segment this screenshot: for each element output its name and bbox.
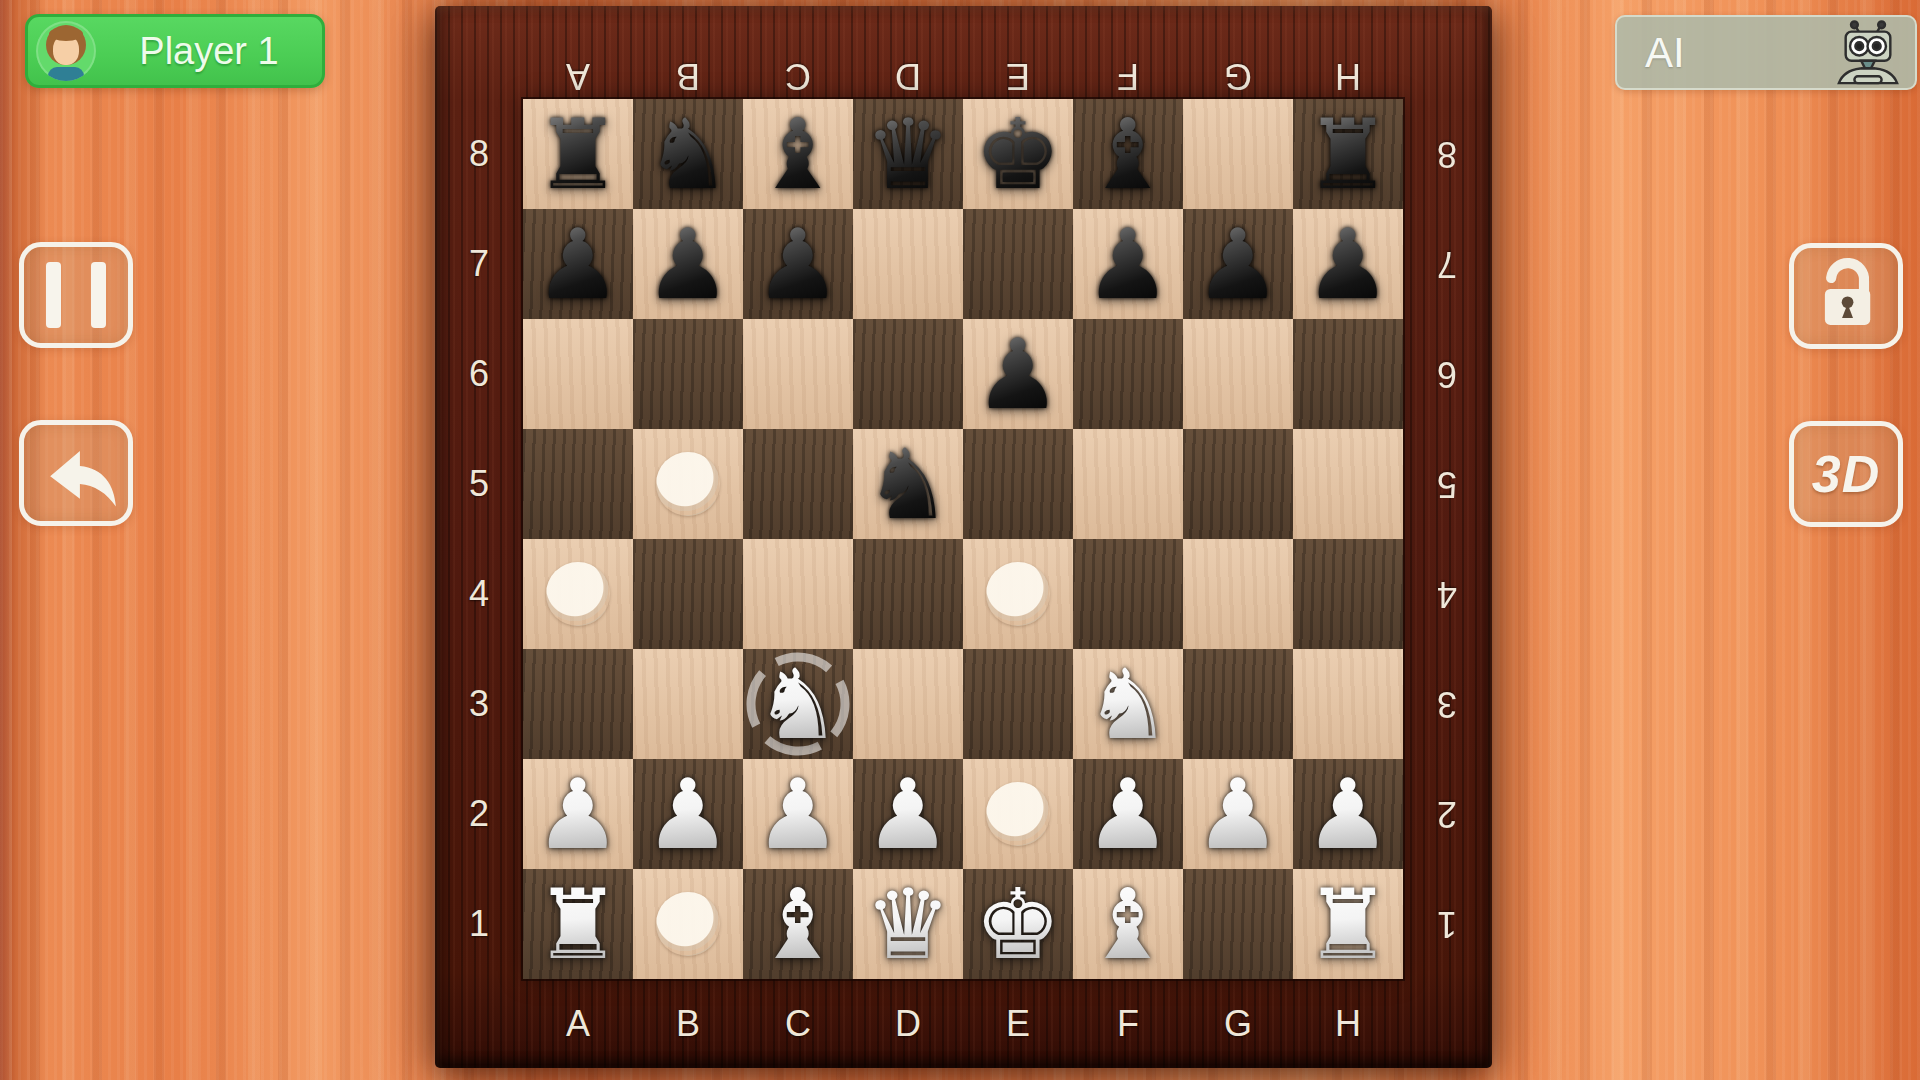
rank-labels-left: 87654321 (435, 99, 523, 979)
white-king-e1[interactable]: ♚ (975, 876, 1062, 973)
square-g4[interactable] (1183, 539, 1293, 649)
rank-label-5: 5 (1437, 463, 1457, 505)
square-a2[interactable]: ♟ (523, 759, 633, 869)
square-h7[interactable]: ♟ (1293, 209, 1403, 319)
white-bishop-c1[interactable]: ♝ (755, 876, 842, 973)
rank-label-5: 5 (469, 463, 489, 505)
unlock-icon (1803, 253, 1889, 339)
black-pawn-g7[interactable]: ♟ (1195, 216, 1282, 313)
square-g1[interactable] (1183, 869, 1293, 979)
rank-label-7: 7 (1437, 243, 1457, 285)
rank-label-6: 6 (1437, 353, 1457, 395)
square-h5[interactable] (1293, 429, 1403, 539)
file-label-h: H (1293, 1003, 1403, 1045)
legal-move-dot-e2[interactable] (986, 782, 1050, 846)
square-b7[interactable]: ♟ (633, 209, 743, 319)
player-avatar (36, 21, 96, 81)
rank-label-2: 2 (469, 793, 489, 835)
square-c3[interactable]: ♞ (743, 649, 853, 759)
black-pawn-f7[interactable]: ♟ (1085, 216, 1172, 313)
black-knight-d5[interactable]: ♞ (865, 436, 952, 533)
square-c5[interactable] (743, 429, 853, 539)
square-h8[interactable]: ♜ (1293, 99, 1403, 209)
avatar-shirt (48, 67, 84, 81)
square-c6[interactable] (743, 319, 853, 429)
square-d1[interactable]: ♛ (853, 869, 963, 979)
file-labels-top: ABCDEFGH (523, 6, 1403, 99)
white-pawn-h2[interactable]: ♟ (1305, 766, 1392, 863)
file-label-a: A (523, 55, 633, 97)
file-label-g: G (1183, 1003, 1293, 1045)
square-h6[interactable] (1293, 319, 1403, 429)
rank-label-7: 7 (469, 243, 489, 285)
black-king-e8[interactable]: ♚ (975, 106, 1062, 203)
rank-label-3: 3 (1437, 683, 1457, 725)
square-b4[interactable] (633, 539, 743, 649)
square-c4[interactable] (743, 539, 853, 649)
square-g7[interactable]: ♟ (1183, 209, 1293, 319)
rank-labels-right: 87654321 (1403, 99, 1492, 979)
square-b2[interactable]: ♟ (633, 759, 743, 869)
app-background: { "game": "chess", "position": "rnbqkb1r… (0, 0, 1920, 1080)
avatar-fringe (49, 27, 83, 41)
player-name: Player 1 (96, 30, 322, 73)
square-d3[interactable] (853, 649, 963, 759)
square-c1[interactable]: ♝ (743, 869, 853, 979)
square-c2[interactable]: ♟ (743, 759, 853, 869)
undo-button[interactable] (19, 420, 133, 526)
black-rook-h8[interactable]: ♜ (1305, 106, 1392, 203)
file-label-c: C (743, 55, 853, 97)
white-pawn-d2[interactable]: ♟ (865, 766, 952, 863)
undo-arrow-icon (33, 433, 119, 513)
rank-label-4: 4 (1437, 573, 1457, 615)
pause-button[interactable] (19, 242, 133, 348)
robot-icon (1833, 20, 1903, 86)
square-h4[interactable] (1293, 539, 1403, 649)
square-d5[interactable]: ♞ (853, 429, 963, 539)
square-f4[interactable] (1073, 539, 1183, 649)
file-label-e: E (963, 55, 1073, 97)
square-d6[interactable] (853, 319, 963, 429)
white-pawn-f2[interactable]: ♟ (1085, 766, 1172, 863)
lock-button[interactable] (1789, 243, 1903, 349)
white-pawn-c2[interactable]: ♟ (755, 766, 842, 863)
black-pawn-b7[interactable]: ♟ (645, 216, 732, 313)
square-g3[interactable] (1183, 649, 1293, 759)
square-e2[interactable] (963, 759, 1073, 869)
square-a4[interactable] (523, 539, 633, 649)
file-label-f: F (1073, 1003, 1183, 1045)
board-squares: ♜♞♝♛♚♝♜♟♟♟♟♟♟♟♞♞♞♟♟♟♟♟♟♟♜♝♛♚♝♜ (523, 99, 1403, 979)
square-a5[interactable] (523, 429, 633, 539)
square-a8[interactable]: ♜ (523, 99, 633, 209)
rank-label-1: 1 (469, 903, 489, 945)
rank-label-2: 2 (1437, 793, 1457, 835)
square-g8[interactable] (1183, 99, 1293, 209)
black-bishop-f8[interactable]: ♝ (1085, 106, 1172, 203)
white-queen-d1[interactable]: ♛ (865, 876, 952, 973)
square-a3[interactable] (523, 649, 633, 759)
square-e1[interactable]: ♚ (963, 869, 1073, 979)
file-label-h: H (1293, 55, 1403, 97)
square-a6[interactable] (523, 319, 633, 429)
legal-move-dot-a4[interactable] (546, 562, 610, 626)
square-b1[interactable] (633, 869, 743, 979)
square-f1[interactable]: ♝ (1073, 869, 1183, 979)
black-pawn-e6[interactable]: ♟ (975, 326, 1062, 423)
square-f8[interactable]: ♝ (1073, 99, 1183, 209)
legal-move-dot-b1[interactable] (656, 892, 720, 956)
rank-label-6: 6 (469, 353, 489, 395)
black-rook-a8[interactable]: ♜ (535, 106, 622, 203)
white-bishop-f1[interactable]: ♝ (1085, 876, 1172, 973)
white-pawn-g2[interactable]: ♟ (1195, 766, 1282, 863)
square-d7[interactable] (853, 209, 963, 319)
rank-label-1: 1 (1437, 903, 1457, 945)
black-pawn-a7[interactable]: ♟ (535, 216, 622, 313)
square-b6[interactable] (633, 319, 743, 429)
file-label-b: B (633, 55, 743, 97)
square-g6[interactable] (1183, 319, 1293, 429)
pause-icon (46, 262, 106, 328)
view-3d-button[interactable]: 3D (1789, 421, 1903, 527)
rank-label-8: 8 (469, 133, 489, 175)
file-label-e: E (963, 1003, 1073, 1045)
white-knight-f3[interactable]: ♞ (1085, 656, 1172, 753)
file-label-b: B (633, 1003, 743, 1045)
white-rook-h1[interactable]: ♜ (1305, 876, 1392, 973)
white-pawn-a2[interactable]: ♟ (535, 766, 622, 863)
square-f2[interactable]: ♟ (1073, 759, 1183, 869)
black-knight-b8[interactable]: ♞ (645, 106, 732, 203)
legal-move-dot-b5[interactable] (656, 452, 720, 516)
file-label-f: F (1073, 55, 1183, 97)
file-label-c: C (743, 1003, 853, 1045)
square-e4[interactable] (963, 539, 1073, 649)
black-pawn-h7[interactable]: ♟ (1305, 216, 1392, 313)
ai-chip: AI (1615, 15, 1917, 90)
file-label-d: D (853, 55, 963, 97)
square-e7[interactable] (963, 209, 1073, 319)
player-chip: Player 1 (25, 14, 325, 88)
square-c7[interactable]: ♟ (743, 209, 853, 319)
black-queen-d8[interactable]: ♛ (865, 106, 952, 203)
square-e3[interactable] (963, 649, 1073, 759)
white-rook-a1[interactable]: ♜ (535, 876, 622, 973)
square-e8[interactable]: ♚ (963, 99, 1073, 209)
file-label-a: A (523, 1003, 633, 1045)
square-d4[interactable] (853, 539, 963, 649)
rank-label-3: 3 (469, 683, 489, 725)
square-g2[interactable]: ♟ (1183, 759, 1293, 869)
square-g5[interactable] (1183, 429, 1293, 539)
file-labels-bottom: ABCDEFGH (523, 979, 1403, 1068)
white-pawn-b2[interactable]: ♟ (645, 766, 732, 863)
white-knight-c3[interactable]: ♞ (755, 656, 842, 753)
square-d2[interactable]: ♟ (853, 759, 963, 869)
view-3d-label: 3D (1812, 444, 1880, 504)
square-b8[interactable]: ♞ (633, 99, 743, 209)
square-f3[interactable]: ♞ (1073, 649, 1183, 759)
square-h1[interactable]: ♜ (1293, 869, 1403, 979)
file-label-d: D (853, 1003, 963, 1045)
black-bishop-c8[interactable]: ♝ (755, 106, 842, 203)
square-e6[interactable]: ♟ (963, 319, 1073, 429)
square-h3[interactable] (1293, 649, 1403, 759)
square-e5[interactable] (963, 429, 1073, 539)
square-f7[interactable]: ♟ (1073, 209, 1183, 319)
square-b5[interactable] (633, 429, 743, 539)
square-a1[interactable]: ♜ (523, 869, 633, 979)
legal-move-dot-e4[interactable] (986, 562, 1050, 626)
square-c8[interactable]: ♝ (743, 99, 853, 209)
black-pawn-c7[interactable]: ♟ (755, 216, 842, 313)
rank-label-8: 8 (1437, 133, 1457, 175)
square-a7[interactable]: ♟ (523, 209, 633, 319)
ai-name: AI (1645, 29, 1685, 77)
square-d8[interactable]: ♛ (853, 99, 963, 209)
square-b3[interactable] (633, 649, 743, 759)
square-h2[interactable]: ♟ (1293, 759, 1403, 869)
file-label-g: G (1183, 55, 1293, 97)
chess-board-frame: ABCDEFGH ABCDEFGH 87654321 87654321 ♜♞♝♛… (435, 6, 1492, 1068)
square-f6[interactable] (1073, 319, 1183, 429)
rank-label-4: 4 (469, 573, 489, 615)
square-f5[interactable] (1073, 429, 1183, 539)
